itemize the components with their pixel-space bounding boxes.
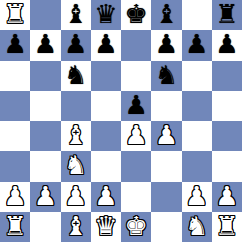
square-c2[interactable]: ♟ [61,182,91,212]
square-f3[interactable] [151,151,181,181]
black-pawn[interactable]: ♟ [185,31,208,57]
square-c7[interactable]: ♟ [61,30,91,60]
square-a7[interactable]: ♟ [0,30,30,60]
white-pawn[interactable]: ♟ [94,183,117,209]
square-f8[interactable]: ♝ [151,0,181,30]
square-d1[interactable]: ♛ [91,212,121,242]
square-e6[interactable] [121,61,151,91]
square-e3[interactable] [121,151,151,181]
white-pawn[interactable]: ♟ [155,122,178,148]
square-h6[interactable] [212,61,242,91]
square-c5[interactable] [61,91,91,121]
square-b1[interactable] [30,212,60,242]
square-h7[interactable]: ♟ [212,30,242,60]
square-h1[interactable]: ♜ [212,212,242,242]
white-rook[interactable]: ♜ [215,213,238,239]
square-g6[interactable] [182,61,212,91]
chessboard: ♜♝♛♚♝♜♟♟♟♟♟♟♟♞♞♟♝♟♟♞♟♟♟♟♟♟♜♝♛♚♞♜ [0,0,242,242]
square-d2[interactable]: ♟ [91,182,121,212]
square-g4[interactable] [182,121,212,151]
white-pawn[interactable]: ♟ [34,183,57,209]
square-h5[interactable] [212,91,242,121]
square-b5[interactable] [30,91,60,121]
white-bishop[interactable]: ♝ [64,122,87,148]
black-bishop[interactable]: ♝ [155,1,178,27]
white-pawn[interactable]: ♟ [185,183,208,209]
square-e1[interactable]: ♚ [121,212,151,242]
square-b2[interactable]: ♟ [30,182,60,212]
white-knight[interactable]: ♞ [64,152,87,178]
chessboard-stage: ♜♝♛♚♝♜♟♟♟♟♟♟♟♞♞♟♝♟♟♞♟♟♟♟♟♟♜♝♛♚♞♜ [0,0,242,242]
square-f4[interactable]: ♟ [151,121,181,151]
square-g3[interactable] [182,151,212,181]
white-rook[interactable]: ♜ [3,1,26,27]
square-a1[interactable]: ♜ [0,212,30,242]
square-d5[interactable] [91,91,121,121]
square-a3[interactable] [0,151,30,181]
square-a4[interactable] [0,121,30,151]
black-pawn[interactable]: ♟ [34,31,57,57]
square-d8[interactable]: ♛ [91,0,121,30]
white-queen[interactable]: ♛ [94,213,117,239]
square-d7[interactable]: ♟ [91,30,121,60]
square-h4[interactable] [212,121,242,151]
white-pawn[interactable]: ♟ [3,183,26,209]
black-pawn[interactable]: ♟ [3,31,26,57]
square-f6[interactable]: ♞ [151,61,181,91]
square-f2[interactable] [151,182,181,212]
black-pawn[interactable]: ♟ [94,31,117,57]
square-a8[interactable]: ♜ [0,0,30,30]
black-pawn[interactable]: ♟ [215,31,238,57]
square-b8[interactable] [30,0,60,30]
black-pawn[interactable]: ♟ [124,92,147,118]
black-knight[interactable]: ♞ [155,62,178,88]
square-g5[interactable] [182,91,212,121]
white-pawn[interactable]: ♟ [124,122,147,148]
white-rook[interactable]: ♜ [3,213,26,239]
square-b3[interactable] [30,151,60,181]
square-c6[interactable]: ♞ [61,61,91,91]
square-f1[interactable] [151,212,181,242]
black-queen[interactable]: ♛ [94,1,117,27]
square-e8[interactable]: ♚ [121,0,151,30]
square-e4[interactable]: ♟ [121,121,151,151]
square-e5[interactable]: ♟ [121,91,151,121]
white-king[interactable]: ♚ [124,213,147,239]
square-f7[interactable]: ♟ [151,30,181,60]
black-king[interactable]: ♚ [124,1,147,27]
square-d6[interactable] [91,61,121,91]
white-bishop[interactable]: ♝ [64,213,87,239]
square-c4[interactable]: ♝ [61,121,91,151]
square-g1[interactable]: ♞ [182,212,212,242]
square-e2[interactable] [121,182,151,212]
square-f5[interactable] [151,91,181,121]
black-pawn[interactable]: ♟ [155,31,178,57]
square-e7[interactable] [121,30,151,60]
square-h3[interactable] [212,151,242,181]
square-b7[interactable]: ♟ [30,30,60,60]
white-pawn[interactable]: ♟ [215,183,238,209]
square-b4[interactable] [30,121,60,151]
square-b6[interactable] [30,61,60,91]
square-d3[interactable] [91,151,121,181]
black-knight[interactable]: ♞ [64,62,87,88]
square-g2[interactable]: ♟ [182,182,212,212]
black-rook[interactable]: ♜ [215,1,238,27]
square-a5[interactable] [0,91,30,121]
black-bishop[interactable]: ♝ [64,1,87,27]
square-g8[interactable] [182,0,212,30]
square-a2[interactable]: ♟ [0,182,30,212]
square-g7[interactable]: ♟ [182,30,212,60]
square-h2[interactable]: ♟ [212,182,242,212]
white-pawn[interactable]: ♟ [64,183,87,209]
black-pawn[interactable]: ♟ [64,31,87,57]
square-d4[interactable] [91,121,121,151]
white-knight[interactable]: ♞ [185,213,208,239]
square-c1[interactable]: ♝ [61,212,91,242]
square-c8[interactable]: ♝ [61,0,91,30]
square-a6[interactable] [0,61,30,91]
square-h8[interactable]: ♜ [212,0,242,30]
square-c3[interactable]: ♞ [61,151,91,181]
